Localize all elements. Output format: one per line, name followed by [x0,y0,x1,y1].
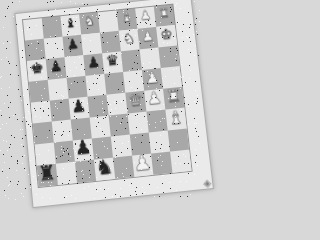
square-h8[interactable]: ♜ [37,164,58,187]
square-c4[interactable]: ♛ [102,51,123,74]
chessboard-frame: ♝♞♝♟♜♟♞♟♚♚♟♟♛♟♟♛♟♜♝♟♜♞♟ ◈ [14,0,200,200]
square-c1[interactable] [158,45,179,68]
square-g4[interactable] [111,135,132,158]
square-g7[interactable] [54,141,75,164]
square-a3[interactable]: ♝ [116,9,137,31]
square-c7[interactable]: ♟ [46,57,67,80]
square-f3[interactable] [128,112,149,135]
piece-bP-g6[interactable]: ♟ [74,138,93,159]
square-d8[interactable] [29,80,50,103]
square-f1[interactable]: ♝ [165,108,186,131]
piece-bQ-c4[interactable]: ♛ [105,53,119,69]
square-e4[interactable] [106,93,127,116]
square-h6[interactable] [75,160,96,183]
piece-bP-c7[interactable]: ♟ [49,59,63,75]
square-f5[interactable] [90,116,111,139]
square-f2[interactable] [146,110,167,133]
piece-bP-b6[interactable]: ♟ [66,37,79,52]
square-b2[interactable]: ♟ [137,27,158,49]
square-f7[interactable] [52,120,73,143]
square-a1[interactable]: ♜ [154,5,175,27]
square-a6[interactable]: ♝ [60,14,81,36]
square-e8[interactable] [31,101,52,124]
piece-wK-b1[interactable]: ♚ [160,27,174,41]
square-b6[interactable]: ♟ [62,35,83,57]
square-c8[interactable]: ♚ [27,59,48,82]
square-b1[interactable]: ♚ [156,25,177,47]
piece-wP-h3[interactable]: ♟ [132,152,152,174]
square-g2[interactable] [149,131,170,154]
square-a4[interactable] [98,10,119,32]
piece-bK-c8[interactable]: ♚ [30,61,44,77]
piece-bP-c5[interactable]: ♟ [86,55,100,71]
square-h7[interactable] [56,162,77,185]
piece-wR-a1[interactable]: ♜ [158,7,170,20]
square-c6[interactable] [65,55,86,78]
chessboard-grid: ♝♞♝♟♜♟♞♟♚♚♟♟♛♟♟♛♟♜♝♟♜♞♟ [22,4,193,188]
piece-wP-a2[interactable]: ♟ [139,9,151,22]
square-e3[interactable]: ♛ [125,91,146,114]
square-d7[interactable] [48,78,69,101]
piece-wP-e2[interactable]: ♟ [146,89,163,107]
square-h2[interactable] [151,152,172,175]
piece-wQ-e3[interactable]: ♛ [127,91,144,109]
square-e7[interactable] [50,99,71,122]
square-h1[interactable] [170,150,191,173]
square-e5[interactable] [88,95,109,118]
square-g1[interactable] [168,129,189,152]
piece-wB-a3[interactable]: ♝ [121,11,133,24]
square-b3[interactable]: ♞ [119,29,140,51]
piece-wP-b2[interactable]: ♟ [141,29,154,44]
square-c3[interactable] [121,49,142,72]
square-e2[interactable]: ♟ [144,89,165,112]
square-a2[interactable]: ♟ [135,7,156,29]
photo-scene: ♝♞♝♟♜♟♞♟♚♚♟♟♛♟♟♛♟♜♝♟♜♞♟ ◈ [0,0,200,200]
piece-wN-b3[interactable]: ♞ [122,31,135,46]
piece-wP-d2[interactable]: ♟ [144,69,160,86]
square-c5[interactable]: ♟ [83,53,104,76]
piece-bN-h5[interactable]: ♞ [94,156,114,178]
piece-bB-a6[interactable]: ♝ [64,17,76,30]
square-h4[interactable] [113,156,134,179]
piece-wR-e1[interactable]: ♜ [165,87,182,105]
square-d4[interactable] [104,72,125,95]
square-f4[interactable] [109,114,130,137]
square-h3[interactable]: ♟ [132,154,153,177]
square-d5[interactable] [85,74,106,97]
piece-bR-h8[interactable]: ♜ [37,162,57,184]
piece-wN-a5[interactable]: ♞ [83,15,95,28]
square-a5[interactable]: ♞ [79,12,100,34]
square-g6[interactable]: ♟ [73,139,94,162]
piece-bP-e6[interactable]: ♟ [71,97,88,115]
square-f8[interactable] [33,122,54,145]
square-a8[interactable] [23,18,44,40]
piece-wB-f1[interactable]: ♝ [167,107,185,126]
square-e6[interactable]: ♟ [69,97,90,120]
square-a7[interactable] [42,16,63,38]
square-h5[interactable]: ♞ [94,158,115,181]
